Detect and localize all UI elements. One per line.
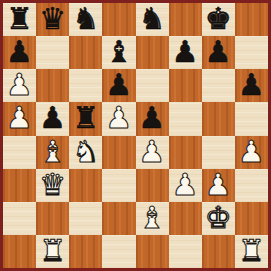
square-g7[interactable]: ♟ <box>202 36 235 69</box>
square-a8[interactable]: ♜ <box>3 3 36 36</box>
black-knight-icon: ♞ <box>139 3 166 35</box>
square-g4[interactable] <box>202 136 235 169</box>
square-f5[interactable] <box>169 102 202 135</box>
square-d6[interactable]: ♟ <box>102 69 135 102</box>
square-b3[interactable]: ♛ <box>36 169 69 202</box>
square-c6[interactable] <box>69 69 102 102</box>
square-a2[interactable] <box>3 202 36 235</box>
square-e5[interactable]: ♟ <box>136 102 169 135</box>
square-c3[interactable] <box>69 169 102 202</box>
square-f8[interactable] <box>169 3 202 36</box>
white-queen-icon: ♛ <box>39 169 66 201</box>
square-b4[interactable]: ♝ <box>36 136 69 169</box>
square-c4[interactable]: ♞ <box>69 136 102 169</box>
square-a7[interactable]: ♟ <box>3 36 36 69</box>
square-f3[interactable]: ♟ <box>169 169 202 202</box>
square-a3[interactable] <box>3 169 36 202</box>
square-e4[interactable]: ♟ <box>136 136 169 169</box>
white-pawn-icon: ♟ <box>6 102 33 134</box>
square-f6[interactable] <box>169 69 202 102</box>
black-pawn-icon: ♟ <box>238 69 265 101</box>
square-h4[interactable]: ♟ <box>235 136 268 169</box>
square-f1[interactable] <box>169 235 202 268</box>
square-e6[interactable] <box>136 69 169 102</box>
square-d8[interactable] <box>102 3 135 36</box>
square-g6[interactable] <box>202 69 235 102</box>
black-bishop-icon: ♝ <box>105 36 132 68</box>
white-pawn-icon: ♟ <box>238 136 265 168</box>
square-e2[interactable]: ♝ <box>136 202 169 235</box>
black-knight-icon: ♞ <box>72 3 99 35</box>
white-pawn-icon: ♟ <box>205 169 232 201</box>
black-pawn-icon: ♟ <box>6 36 33 68</box>
square-e3[interactable] <box>136 169 169 202</box>
square-d4[interactable] <box>102 136 135 169</box>
square-f2[interactable] <box>169 202 202 235</box>
square-c2[interactable] <box>69 202 102 235</box>
square-h1[interactable]: ♜ <box>235 235 268 268</box>
square-b2[interactable] <box>36 202 69 235</box>
square-e8[interactable]: ♞ <box>136 3 169 36</box>
square-e7[interactable] <box>136 36 169 69</box>
square-e1[interactable] <box>136 235 169 268</box>
black-king-icon: ♚ <box>205 3 232 35</box>
square-b1[interactable]: ♜ <box>36 235 69 268</box>
square-g5[interactable] <box>202 102 235 135</box>
square-c7[interactable] <box>69 36 102 69</box>
square-g2[interactable]: ♚ <box>202 202 235 235</box>
square-b8[interactable]: ♛ <box>36 3 69 36</box>
square-h8[interactable] <box>235 3 268 36</box>
square-c8[interactable]: ♞ <box>69 3 102 36</box>
white-pawn-icon: ♟ <box>139 136 166 168</box>
square-a5[interactable]: ♟ <box>3 102 36 135</box>
black-pawn-icon: ♟ <box>39 102 66 134</box>
square-d5[interactable]: ♟ <box>102 102 135 135</box>
black-rook-icon: ♜ <box>72 102 99 134</box>
square-c5[interactable]: ♜ <box>69 102 102 135</box>
square-a4[interactable] <box>3 136 36 169</box>
black-rook-icon: ♜ <box>6 3 33 35</box>
square-b5[interactable]: ♟ <box>36 102 69 135</box>
white-king-icon: ♚ <box>205 202 232 234</box>
white-pawn-icon: ♟ <box>172 169 199 201</box>
square-c1[interactable] <box>69 235 102 268</box>
square-d3[interactable] <box>102 169 135 202</box>
black-pawn-icon: ♟ <box>205 36 232 68</box>
white-pawn-icon: ♟ <box>105 102 132 134</box>
white-rook-icon: ♜ <box>39 235 66 267</box>
square-b6[interactable] <box>36 69 69 102</box>
square-d1[interactable] <box>102 235 135 268</box>
white-knight-icon: ♞ <box>72 136 99 168</box>
square-h5[interactable] <box>235 102 268 135</box>
chess-board: ♜♛♞♞♚♟♝♟♟♟♟♟♟♟♜♟♟♝♞♟♟♛♟♟♝♚♜♜ <box>3 3 268 268</box>
white-pawn-icon: ♟ <box>6 69 33 101</box>
square-h7[interactable] <box>235 36 268 69</box>
square-d7[interactable]: ♝ <box>102 36 135 69</box>
square-g1[interactable] <box>202 235 235 268</box>
black-queen-icon: ♛ <box>39 3 66 35</box>
black-pawn-icon: ♟ <box>172 36 199 68</box>
square-b7[interactable] <box>36 36 69 69</box>
square-h6[interactable]: ♟ <box>235 69 268 102</box>
white-bishop-icon: ♝ <box>139 202 166 234</box>
square-h3[interactable] <box>235 169 268 202</box>
square-g3[interactable]: ♟ <box>202 169 235 202</box>
white-bishop-icon: ♝ <box>39 136 66 168</box>
square-f7[interactable]: ♟ <box>169 36 202 69</box>
square-d2[interactable] <box>102 202 135 235</box>
square-g8[interactable]: ♚ <box>202 3 235 36</box>
square-f4[interactable] <box>169 136 202 169</box>
board-frame: ♜♛♞♞♚♟♝♟♟♟♟♟♟♟♜♟♟♝♞♟♟♛♟♟♝♚♜♜ <box>0 0 271 271</box>
square-a6[interactable]: ♟ <box>3 69 36 102</box>
square-a1[interactable] <box>3 235 36 268</box>
white-rook-icon: ♜ <box>238 235 265 267</box>
black-pawn-icon: ♟ <box>105 69 132 101</box>
square-h2[interactable] <box>235 202 268 235</box>
black-pawn-icon: ♟ <box>139 102 166 134</box>
